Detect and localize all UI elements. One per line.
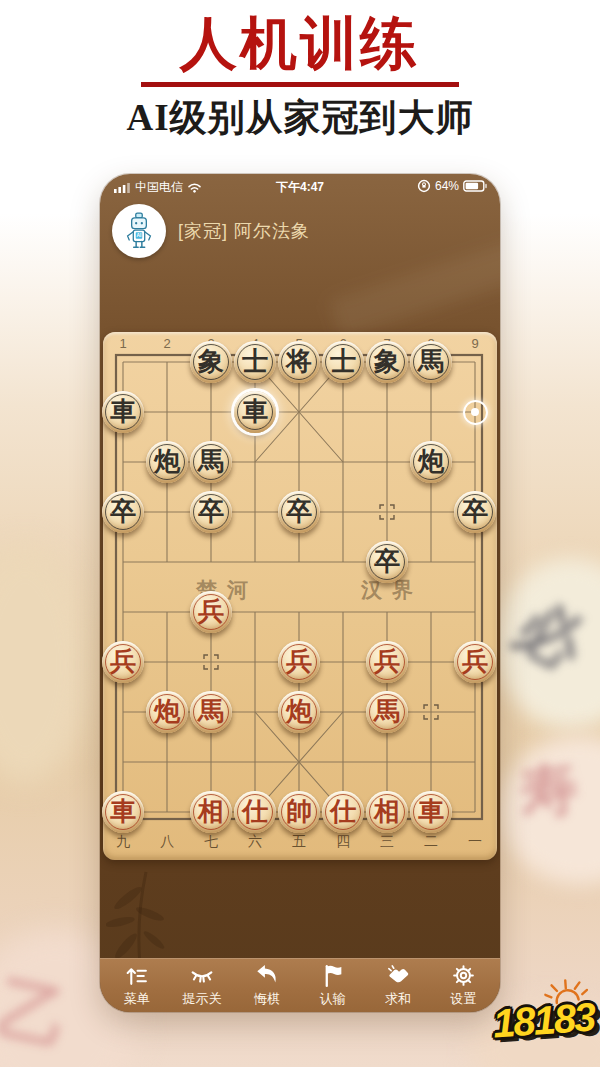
svg-text:AI: AI: [137, 233, 143, 238]
promo-header: 人机训练 AI级别从家冠到大师: [0, 0, 600, 143]
game-toolbar: 菜单 提示关 悔棋 认输: [100, 958, 500, 1012]
piece-馬-red[interactable]: 馬: [190, 691, 232, 733]
flag-icon: [320, 963, 345, 988]
piece-glyph: 仕: [330, 799, 356, 825]
piece-glyph: 帥: [286, 799, 312, 825]
piece-炮-black[interactable]: 炮: [146, 441, 188, 483]
piece-象-black[interactable]: 象: [190, 341, 232, 383]
piece-glyph: 炮: [418, 449, 444, 475]
piece-帥-red[interactable]: 帥: [278, 791, 320, 833]
piece-卒-black[interactable]: 卒: [102, 491, 144, 533]
piece-兵-red[interactable]: 兵: [366, 641, 408, 683]
piece-馬-black[interactable]: 馬: [190, 441, 232, 483]
piece-馬-black[interactable]: 馬: [410, 341, 452, 383]
piece-車-red[interactable]: 車: [102, 791, 144, 833]
page: { "game": "xiangqi", "position": { "fen"…: [0, 0, 600, 1067]
avatar[interactable]: AI: [112, 204, 166, 258]
piece-車-black[interactable]: 車: [102, 391, 144, 433]
piece-glyph: 車: [418, 799, 444, 825]
piece-glyph: 仕: [242, 799, 268, 825]
opponent-name: [家冠] 阿尔法象: [178, 219, 310, 243]
piece-士-black[interactable]: 士: [322, 341, 364, 383]
piece-卒-black[interactable]: 卒: [366, 541, 408, 583]
phone-screenshot: 中国电信 下午4:47 64%: [100, 174, 500, 1012]
18183-watermark: 18183: [491, 995, 595, 1047]
resign-label: 认输: [320, 990, 346, 1008]
gear-icon: [451, 963, 476, 988]
piece-glyph: 卒: [462, 499, 488, 525]
piece-glyph: 炮: [154, 699, 180, 725]
piece-glyph: 車: [110, 399, 136, 425]
position-cross-marker: [423, 704, 439, 720]
position-cross-marker: [203, 654, 219, 670]
piece-兵-red[interactable]: 兵: [454, 641, 496, 683]
piece-炮-black[interactable]: 炮: [410, 441, 452, 483]
piece-glyph: 馬: [374, 699, 400, 725]
move-from-marker: [463, 400, 488, 425]
piece-glyph: 象: [198, 349, 224, 375]
piece-glyph: 将: [286, 349, 312, 375]
piece-glyph: 兵: [286, 649, 312, 675]
piece-glyph: 馬: [198, 699, 224, 725]
piece-glyph: 士: [330, 349, 356, 375]
piece-相-red[interactable]: 相: [366, 791, 408, 833]
piece-glyph: 馬: [418, 349, 444, 375]
handshake-icon: [385, 963, 411, 988]
piece-炮-red[interactable]: 炮: [278, 691, 320, 733]
page-subtitle: AI级别从家冠到大师: [0, 93, 600, 143]
piece-glyph: 車: [110, 799, 136, 825]
sun-doodle-icon: [543, 975, 589, 1008]
piece-glyph: 炮: [286, 699, 312, 725]
battery-icon: [463, 180, 488, 192]
piece-glyph: 士: [242, 349, 268, 375]
undo-move-button[interactable]: 悔棋: [238, 963, 296, 1008]
status-bar: 中国电信 下午4:47 64%: [100, 174, 500, 200]
menu-label: 菜单: [124, 990, 150, 1008]
piece-glyph: 馬: [198, 449, 224, 475]
piece-兵-red[interactable]: 兵: [278, 641, 320, 683]
piece-兵-red[interactable]: 兵: [190, 591, 232, 633]
draw-label: 求和: [385, 990, 411, 1008]
piece-兵-red[interactable]: 兵: [102, 641, 144, 683]
undo-icon: [255, 963, 280, 988]
piece-glyph: 象: [374, 349, 400, 375]
piece-相-red[interactable]: 相: [190, 791, 232, 833]
opponent-info[interactable]: AI [家冠] 阿尔法象: [112, 204, 310, 258]
bamboo-decoration: [106, 870, 201, 965]
piece-卒-black[interactable]: 卒: [278, 491, 320, 533]
piece-炮-red[interactable]: 炮: [146, 691, 188, 733]
piece-glyph: 卒: [286, 499, 312, 525]
settings-button[interactable]: 设置: [434, 963, 492, 1008]
light-sheen: [329, 239, 500, 339]
robot-icon: AI: [117, 209, 161, 253]
battery-percent: 64%: [435, 179, 459, 193]
piece-glyph: 卒: [374, 549, 400, 575]
piece-glyph: 兵: [198, 599, 224, 625]
title-divider: [141, 82, 459, 87]
menu-button[interactable]: 菜单: [108, 963, 166, 1008]
piece-glyph: 卒: [110, 499, 136, 525]
piece-glyph: 兵: [374, 649, 400, 675]
piece-馬-red[interactable]: 馬: [366, 691, 408, 733]
piece-仕-red[interactable]: 仕: [234, 791, 276, 833]
background-calligraphy-red: 寿: [515, 748, 583, 833]
position-cross-marker: [379, 504, 395, 520]
piece-士-black[interactable]: 士: [234, 341, 276, 383]
resign-button[interactable]: 认输: [304, 963, 362, 1008]
piece-卒-black[interactable]: 卒: [454, 491, 496, 533]
piece-車-black[interactable]: 車: [234, 391, 276, 433]
settings-label: 设置: [450, 990, 476, 1008]
piece-象-black[interactable]: 象: [366, 341, 408, 383]
page-title: 人机训练: [0, 10, 600, 78]
offer-draw-button[interactable]: 求和: [369, 963, 427, 1008]
piece-卒-black[interactable]: 卒: [190, 491, 232, 533]
menu-icon: [124, 963, 149, 988]
piece-glyph: 相: [374, 799, 400, 825]
background-blob: [0, 545, 90, 785]
piece-glyph: 炮: [154, 449, 180, 475]
piece-layer: 象士将士象馬車車炮馬炮卒卒卒卒卒兵兵兵兵兵炮馬炮馬車相仕帥仕相車: [101, 337, 497, 837]
piece-glyph: 兵: [462, 649, 488, 675]
piece-glyph: 車: [242, 399, 268, 425]
piece-仕-red[interactable]: 仕: [322, 791, 364, 833]
piece-車-red[interactable]: 車: [410, 791, 452, 833]
eye-closed-icon: [189, 963, 215, 988]
hint-label: 提示关: [182, 990, 221, 1008]
hint-toggle-button[interactable]: 提示关: [173, 963, 231, 1008]
xiangqi-board[interactable]: 123456789 九八七六五四三二一 楚河 汉界 象士将士象馬車車炮馬炮卒卒卒…: [103, 332, 497, 860]
piece-glyph: 卒: [198, 499, 224, 525]
orientation-lock-icon: [417, 179, 431, 193]
piece-glyph: 兵: [110, 649, 136, 675]
undo-label: 悔棋: [254, 990, 280, 1008]
piece-将-black[interactable]: 将: [278, 341, 320, 383]
piece-glyph: 相: [198, 799, 224, 825]
